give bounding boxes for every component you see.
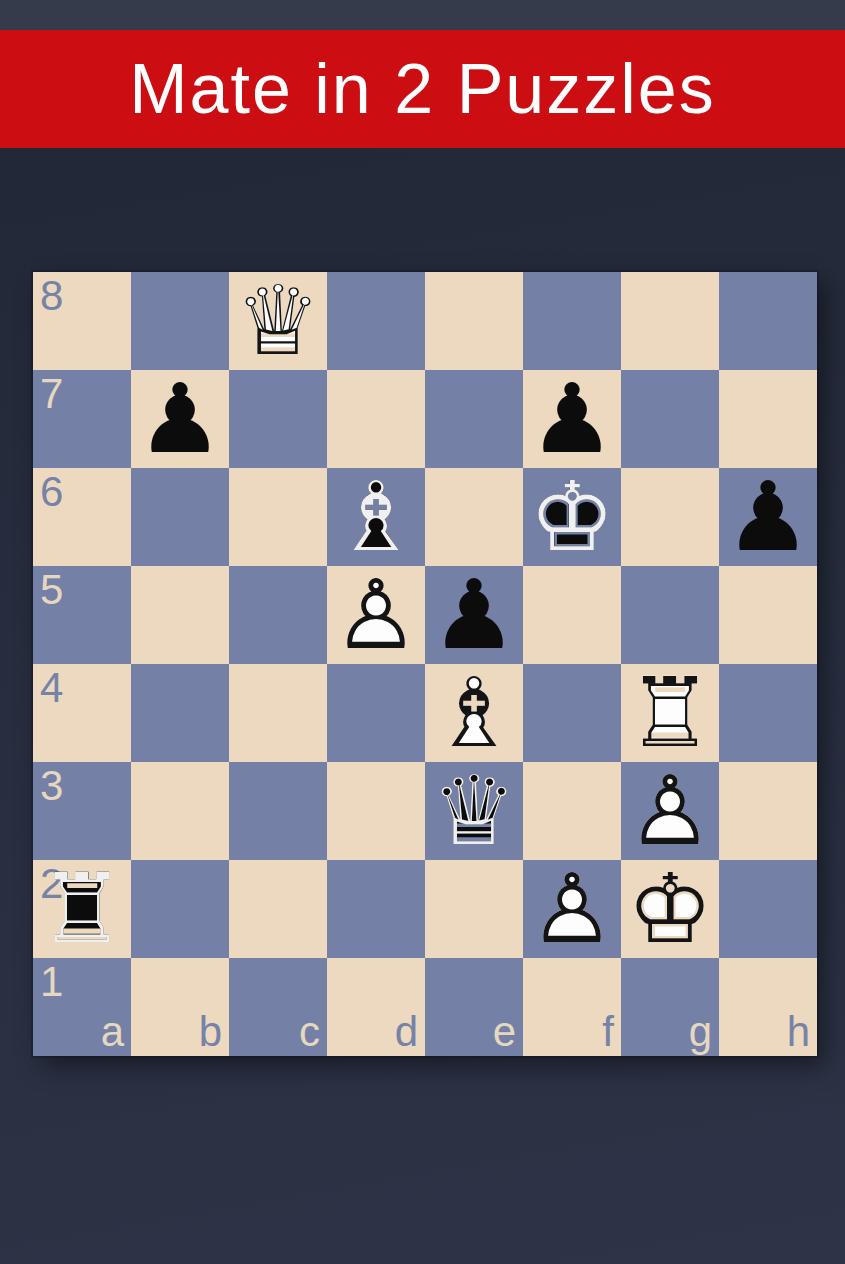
square-c1[interactable]: c [229,958,327,1056]
page: Mate in 2 Puzzles 8♛♕7♟♟6♝♗♚♔♟5♟♙♟4♝♗♜♖3… [0,0,845,1264]
square-d3[interactable] [327,762,425,860]
square-e1[interactable]: e [425,958,523,1056]
square-c5[interactable] [229,566,327,664]
square-g4[interactable]: ♜♖ [621,664,719,762]
square-a2[interactable]: 2♜♖ [33,860,131,958]
piece-white-pawn-d5[interactable]: ♟♙ [327,566,425,664]
square-e4[interactable]: ♝♗ [425,664,523,762]
piece-white-pawn-f2[interactable]: ♟♙ [523,860,621,958]
square-h7[interactable] [719,370,817,468]
piece-black-pawn-h6[interactable]: ♟ [719,468,817,566]
square-h3[interactable] [719,762,817,860]
file-label-b: b [199,1011,222,1053]
square-e7[interactable] [425,370,523,468]
piece-black-bishop-d6[interactable]: ♝♗ [327,468,425,566]
rank-label-4: 4 [40,667,63,709]
square-b5[interactable] [131,566,229,664]
piece-black-king-f6[interactable]: ♚♔ [523,468,621,566]
square-c6[interactable] [229,468,327,566]
square-d8[interactable] [327,272,425,370]
square-h2[interactable] [719,860,817,958]
file-label-c: c [299,1011,320,1053]
piece-white-king-g2[interactable]: ♚♔ [621,860,719,958]
square-f1[interactable]: f [523,958,621,1056]
square-b2[interactable] [131,860,229,958]
page-title: Mate in 2 Puzzles [129,54,715,124]
file-label-d: d [395,1011,418,1053]
square-b3[interactable] [131,762,229,860]
piece-black-pawn-f7[interactable]: ♟ [523,370,621,468]
square-e5[interactable]: ♟ [425,566,523,664]
square-h8[interactable] [719,272,817,370]
rank-label-8: 8 [40,275,63,317]
square-g7[interactable] [621,370,719,468]
square-e6[interactable] [425,468,523,566]
square-d5[interactable]: ♟♙ [327,566,425,664]
piece-white-bishop-e4[interactable]: ♝♗ [425,664,523,762]
file-label-f: f [602,1011,614,1053]
rank-label-6: 6 [40,471,63,513]
piece-black-rook-a2[interactable]: ♜♖ [33,860,131,958]
square-d6[interactable]: ♝♗ [327,468,425,566]
square-d2[interactable] [327,860,425,958]
square-g2[interactable]: ♚♔ [621,860,719,958]
square-g6[interactable] [621,468,719,566]
square-e2[interactable] [425,860,523,958]
piece-black-pawn-b7[interactable]: ♟ [131,370,229,468]
square-h6[interactable]: ♟ [719,468,817,566]
file-label-h: h [787,1011,810,1053]
chess-board: 8♛♕7♟♟6♝♗♚♔♟5♟♙♟4♝♗♜♖3♛♕♟♙2♜♖♟♙♚♔1abcdef… [33,272,817,1056]
square-a6[interactable]: 6 [33,468,131,566]
square-g8[interactable] [621,272,719,370]
square-g5[interactable] [621,566,719,664]
square-f7[interactable]: ♟ [523,370,621,468]
square-e8[interactable] [425,272,523,370]
file-label-e: e [493,1011,516,1053]
square-c3[interactable] [229,762,327,860]
square-a8[interactable]: 8 [33,272,131,370]
square-b6[interactable] [131,468,229,566]
piece-white-pawn-g3[interactable]: ♟♙ [621,762,719,860]
rank-label-5: 5 [40,569,63,611]
square-a5[interactable]: 5 [33,566,131,664]
piece-black-queen-e3[interactable]: ♛♕ [425,762,523,860]
square-h5[interactable] [719,566,817,664]
title-banner: Mate in 2 Puzzles [0,30,845,148]
piece-black-pawn-e5[interactable]: ♟ [425,566,523,664]
square-c2[interactable] [229,860,327,958]
square-a3[interactable]: 3 [33,762,131,860]
square-b7[interactable]: ♟ [131,370,229,468]
square-g1[interactable]: g [621,958,719,1056]
square-c7[interactable] [229,370,327,468]
square-f4[interactable] [523,664,621,762]
square-c4[interactable] [229,664,327,762]
square-f8[interactable] [523,272,621,370]
file-label-a: a [101,1011,124,1053]
square-f2[interactable]: ♟♙ [523,860,621,958]
square-a4[interactable]: 4 [33,664,131,762]
square-b4[interactable] [131,664,229,762]
square-h1[interactable]: h [719,958,817,1056]
rank-label-1: 1 [40,961,63,1003]
square-a1[interactable]: 1a [33,958,131,1056]
square-d7[interactable] [327,370,425,468]
square-f5[interactable] [523,566,621,664]
square-f6[interactable]: ♚♔ [523,468,621,566]
piece-white-queen-c8[interactable]: ♛♕ [229,272,327,370]
top-strip [0,0,845,30]
square-g3[interactable]: ♟♙ [621,762,719,860]
file-label-g: g [689,1011,712,1053]
square-f3[interactable] [523,762,621,860]
square-d1[interactable]: d [327,958,425,1056]
square-h4[interactable] [719,664,817,762]
rank-label-3: 3 [40,765,63,807]
square-a7[interactable]: 7 [33,370,131,468]
rank-label-7: 7 [40,373,63,415]
square-c8[interactable]: ♛♕ [229,272,327,370]
square-b8[interactable] [131,272,229,370]
square-d4[interactable] [327,664,425,762]
square-b1[interactable]: b [131,958,229,1056]
square-e3[interactable]: ♛♕ [425,762,523,860]
piece-white-rook-g4[interactable]: ♜♖ [621,664,719,762]
